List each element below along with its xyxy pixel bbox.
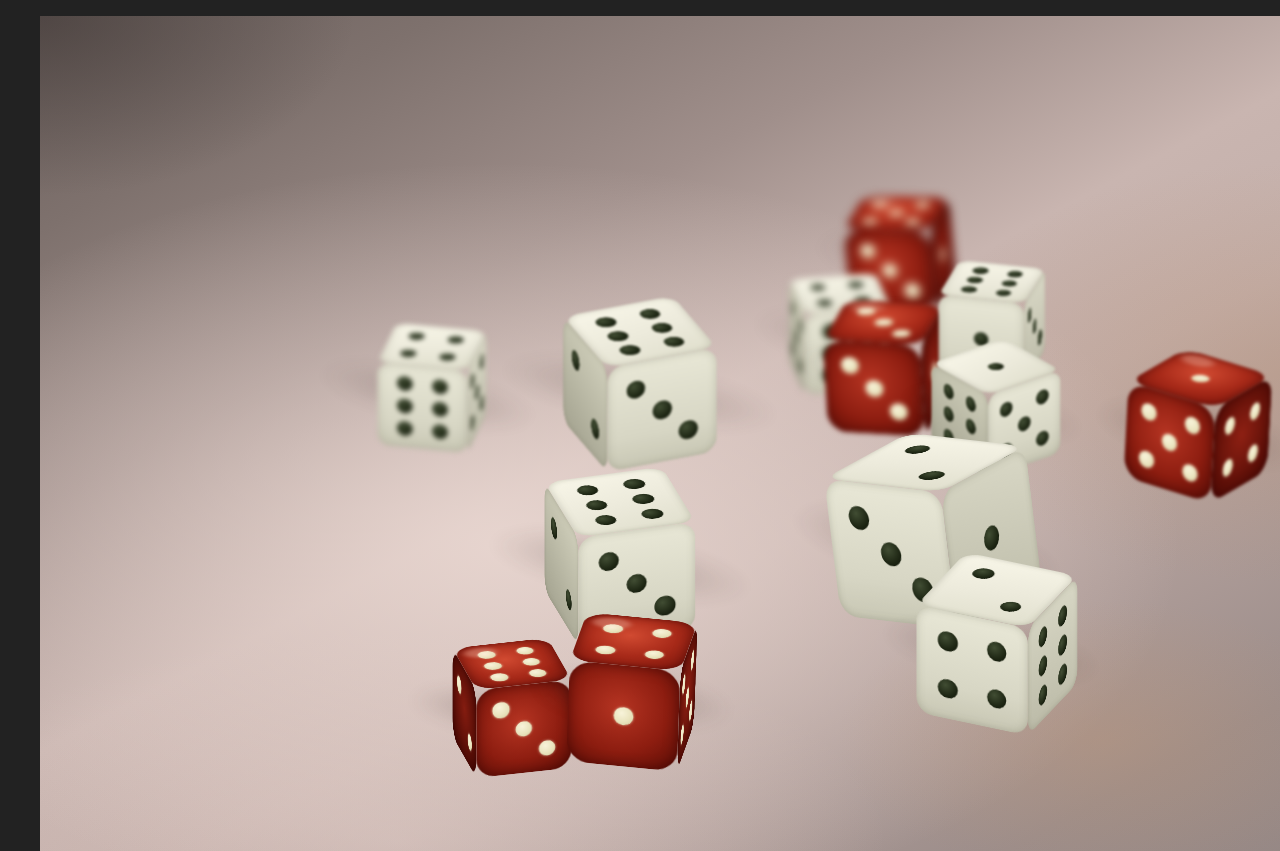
die-red-bottom-right-face-front (566, 660, 680, 771)
pip (446, 336, 465, 344)
pip (983, 522, 1001, 554)
pip (651, 628, 673, 638)
dice-layer (40, 16, 1280, 851)
pip (613, 706, 633, 725)
pip (630, 493, 656, 505)
pip (1005, 270, 1024, 278)
pip (1225, 415, 1236, 437)
pip (689, 697, 693, 723)
die-white-left-cube (387, 342, 477, 433)
pip (966, 276, 985, 284)
pip (680, 722, 684, 748)
die-white-bottom-right-cube (941, 578, 1052, 709)
pip (1162, 432, 1178, 453)
pip (1058, 631, 1067, 659)
pip (407, 332, 426, 340)
pip (643, 649, 665, 659)
pip (1038, 652, 1047, 680)
pip (847, 281, 865, 288)
pip (594, 645, 616, 655)
die-white-big-center (581, 325, 699, 443)
pip (1033, 316, 1037, 336)
pip (627, 573, 648, 595)
die-white-center (559, 495, 681, 617)
pip (566, 585, 572, 613)
pip (516, 720, 533, 737)
pip (602, 624, 624, 634)
die-red-bottom-right-cube (575, 636, 689, 747)
pip (591, 415, 599, 442)
pip (861, 218, 879, 224)
pip (655, 595, 676, 617)
pip (1036, 388, 1049, 407)
dice-photo: Macro photograph of thirteen six-sided d… (40, 16, 1280, 851)
pip (397, 376, 413, 392)
pip (433, 379, 449, 395)
pip (583, 499, 609, 511)
pip (847, 505, 870, 531)
pip (1018, 414, 1031, 433)
pip (860, 244, 876, 258)
pip (904, 219, 922, 225)
pip (660, 335, 687, 348)
pip (1247, 442, 1258, 464)
pip (966, 417, 976, 437)
pip (815, 299, 833, 306)
pip (900, 444, 935, 454)
pip (621, 478, 647, 490)
pip (476, 650, 497, 659)
die-white-bottom-right (936, 583, 1058, 705)
pip (1038, 327, 1042, 347)
pip (626, 379, 645, 401)
pip (685, 684, 689, 710)
pip (969, 567, 997, 580)
pip (865, 380, 883, 397)
pip (483, 661, 504, 670)
pip (997, 600, 1025, 613)
pip (841, 357, 859, 374)
pip (471, 371, 474, 392)
pip (691, 647, 695, 673)
pip (792, 298, 795, 318)
die-white-big-center-cube (585, 322, 694, 447)
pip (514, 646, 535, 655)
pip (637, 308, 664, 321)
die-white-center-cube (561, 494, 678, 618)
pip (1000, 280, 1019, 288)
pip (855, 307, 876, 315)
pip (471, 412, 474, 433)
pip (971, 267, 990, 275)
die-white-left-face-right (467, 331, 486, 453)
pip (433, 424, 449, 440)
die-white-big-center-face-front (607, 347, 716, 472)
die-white-bottom-right-face-front (916, 605, 1027, 736)
pip (873, 318, 894, 326)
pip (617, 344, 644, 357)
pip (653, 399, 672, 421)
pip (493, 702, 510, 719)
pip (438, 353, 457, 361)
die-red-middle-face-front (823, 340, 925, 437)
pip (1141, 401, 1157, 422)
pip (795, 327, 798, 347)
pip (799, 316, 802, 336)
pip (489, 673, 510, 682)
pip (943, 404, 953, 424)
pip (1036, 429, 1049, 448)
pip (1000, 400, 1013, 419)
die-red-far-right (1146, 374, 1250, 478)
pip (574, 484, 600, 496)
pip (397, 398, 413, 414)
pip (891, 329, 912, 337)
pip (1038, 681, 1047, 709)
pip (987, 688, 1006, 711)
pip (914, 202, 932, 208)
pip (605, 330, 632, 343)
pip (1038, 623, 1047, 651)
pip (938, 677, 957, 700)
die-white-left (386, 342, 478, 434)
pip (397, 420, 413, 436)
pip (938, 630, 957, 653)
pip (1188, 373, 1213, 383)
pip (457, 673, 461, 696)
pip (480, 351, 483, 372)
die-red-far-right-cube (1152, 365, 1244, 487)
pip (480, 392, 483, 413)
pip (1184, 415, 1200, 436)
pip (398, 349, 417, 357)
pip (985, 362, 1008, 372)
die-white-left-face-front (377, 362, 467, 453)
pip (598, 551, 619, 573)
pip (904, 283, 920, 297)
pip (648, 321, 675, 334)
pip (1250, 400, 1261, 422)
pip (475, 382, 478, 403)
pip (679, 419, 698, 441)
pip (882, 264, 898, 278)
pip (572, 347, 580, 374)
pip (914, 470, 949, 480)
pip (521, 657, 542, 666)
pip (433, 401, 449, 417)
pip (1028, 305, 1032, 325)
pip (966, 394, 976, 414)
pip (940, 244, 945, 264)
pip (887, 210, 905, 216)
pip (994, 289, 1013, 297)
pip (943, 382, 953, 402)
pip (1222, 456, 1233, 478)
pip (960, 286, 979, 294)
pip (809, 284, 827, 291)
pip (592, 514, 618, 526)
die-red-bottom-right (576, 636, 688, 748)
pip (551, 514, 557, 542)
pip (538, 739, 555, 756)
pip (879, 541, 902, 567)
pip (639, 508, 665, 520)
pip (593, 316, 620, 329)
pip (1182, 462, 1198, 483)
pip (682, 671, 686, 697)
pip (1139, 449, 1155, 470)
pip (1058, 602, 1067, 630)
die-red-bottom-right-face-top (570, 612, 698, 671)
pip (468, 730, 472, 753)
pip (871, 202, 889, 208)
pip (987, 640, 1006, 663)
pip (1058, 660, 1067, 688)
